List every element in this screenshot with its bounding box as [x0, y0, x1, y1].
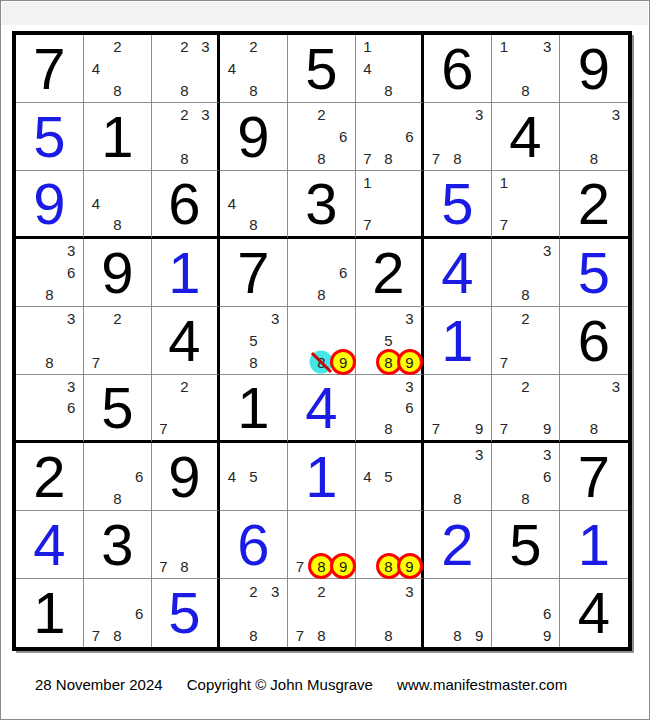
- pencil-marks: 38: [357, 580, 420, 646]
- cell-r8c9[interactable]: 1: [560, 511, 628, 579]
- pencil-marks: 678: [357, 104, 420, 169]
- given-digit: 3: [288, 171, 355, 236]
- pencil-marks: 48: [221, 172, 286, 235]
- cell-r5c3[interactable]: 4: [152, 307, 220, 375]
- candidate-slot-3: [128, 36, 150, 58]
- candidate-slot-2: [107, 444, 129, 466]
- cell-r4c2[interactable]: 9: [84, 239, 152, 307]
- candidate-slot-6: 6: [60, 262, 82, 284]
- candidate-slot-4: [17, 262, 39, 284]
- candidate-slot-2: [515, 36, 537, 58]
- candidate-digit: 3: [271, 584, 279, 599]
- candidate-slot-5: [311, 126, 333, 148]
- cell-r3c7[interactable]: 5: [424, 171, 492, 239]
- candidate-slot-9: [195, 79, 216, 101]
- candidate-slot-4: [425, 466, 447, 488]
- cell-r2c6[interactable]: 678: [356, 103, 424, 171]
- cell-r4c1[interactable]: 368: [16, 239, 84, 307]
- pencil-marks: 68: [289, 240, 354, 305]
- candidate-slot-9: 9: [536, 418, 558, 439]
- candidate-slot-7: 7: [85, 351, 107, 373]
- candidate-slot-9: 9: [399, 351, 420, 373]
- cell-r4c3[interactable]: 1: [152, 239, 220, 307]
- cell-r4c9[interactable]: 5: [560, 239, 628, 307]
- candidate-slot-1: [85, 36, 107, 58]
- cell-r6c9[interactable]: 38: [560, 375, 628, 443]
- candidate-digit: 5: [384, 333, 392, 348]
- candidate-slot-4: [425, 126, 447, 148]
- given-digit: 7: [560, 443, 628, 510]
- given-digit: 6: [560, 307, 628, 374]
- candidate-digit: 8: [521, 491, 529, 506]
- cell-r8c5[interactable]: 789: [288, 511, 356, 579]
- footer-copyright: Copyright © John Musgrave: [187, 676, 373, 693]
- cell-r9c3[interactable]: 5: [152, 579, 220, 647]
- candidate-slot-8: 8: [447, 487, 469, 509]
- candidate-slot-9: [468, 487, 490, 509]
- candidate-digit: 8: [590, 151, 598, 166]
- candidate-slot-6: 6: [536, 602, 558, 624]
- pencil-marks: 69: [493, 580, 558, 646]
- candidate-slot-5: [174, 534, 195, 556]
- candidate-slot-5: [107, 466, 129, 488]
- candidate-slot-2: [447, 580, 469, 602]
- candidate-slot-7: 7: [493, 214, 515, 235]
- candidate-slot-5: [447, 602, 469, 624]
- candidate-digit: 7: [500, 421, 508, 436]
- candidate-digit: 2: [521, 311, 529, 326]
- candidate-slot-9: [399, 147, 420, 169]
- candidate-slot-2: 2: [311, 580, 333, 602]
- cell-r5c1[interactable]: 38: [16, 307, 84, 375]
- cell-r5c9[interactable]: 6: [560, 307, 628, 375]
- candidate-slot-6: [536, 58, 558, 80]
- candidate-slot-5: [378, 397, 399, 418]
- candidate-slot-7: 7: [289, 555, 311, 577]
- candidate-slot-9: [332, 624, 354, 646]
- candidate-slot-7: [85, 214, 107, 235]
- given-digit: 9: [152, 443, 217, 510]
- candidate-slot-2: [243, 444, 265, 466]
- cell-r3c1[interactable]: 9: [16, 171, 84, 239]
- cell-r1c4[interactable]: 248: [220, 35, 288, 103]
- cell-r1c3[interactable]: 238: [152, 35, 220, 103]
- candidate-digit: 8: [317, 628, 325, 643]
- candidate-slot-7: [221, 351, 243, 373]
- candidate-slot-8: 8: [243, 624, 265, 646]
- candidate-slot-1: [357, 104, 378, 126]
- candidate-digit: 4: [363, 61, 371, 76]
- highlight-yellow-circle-9: 9: [330, 553, 356, 579]
- candidate-slot-3: 3: [605, 104, 627, 126]
- cell-r4c4[interactable]: 7: [220, 239, 288, 307]
- candidate-slot-8: 8: [515, 487, 537, 509]
- candidate-slot-1: [221, 36, 243, 58]
- cell-r1c9[interactable]: 9: [560, 35, 628, 103]
- candidate-slot-3: 3: [605, 376, 627, 397]
- candidate-slot-3: 3: [536, 240, 558, 262]
- highlight-yellow-circle-9: 9: [397, 553, 423, 579]
- candidate-slot-7: [17, 283, 39, 305]
- candidate-slot-4: [425, 602, 447, 624]
- candidate-slot-4: [289, 126, 311, 148]
- solved-digit: 9: [16, 171, 83, 236]
- candidate-slot-8: 8: [447, 624, 469, 646]
- candidate-slot-1: [153, 512, 174, 534]
- cell-r9c1[interactable]: 1: [16, 579, 84, 647]
- cell-r4c7[interactable]: 4: [424, 239, 492, 307]
- candidate-digit: 4: [228, 196, 236, 211]
- solved-digit: 5: [424, 171, 491, 236]
- pencil-marks: 3589: [357, 308, 420, 373]
- pencil-marks: 45: [221, 444, 286, 509]
- candidate-slot-3: [399, 512, 420, 534]
- candidate-digit: 3: [201, 39, 209, 54]
- candidate-digit: 2: [317, 584, 325, 599]
- top-strip: [2, 2, 648, 25]
- cell-r9c9[interactable]: 4: [560, 579, 628, 647]
- cell-r6c6[interactable]: 368: [356, 375, 424, 443]
- candidate-slot-5: [311, 602, 333, 624]
- candidate-slot-5: [583, 126, 605, 148]
- candidate-slot-3: [536, 172, 558, 193]
- cell-r8c2[interactable]: 3: [84, 511, 152, 579]
- candidate-slot-8: [378, 214, 399, 235]
- candidate-slot-8: 8: [583, 147, 605, 169]
- candidate-slot-7: [17, 418, 39, 439]
- cell-r4c6[interactable]: 2: [356, 239, 424, 307]
- pencil-marks: 248: [221, 36, 286, 101]
- cell-r7c9[interactable]: 7: [560, 443, 628, 511]
- candidate-slot-9: [195, 555, 216, 577]
- candidate-digit: 7: [500, 217, 508, 232]
- candidate-slot-1: [17, 308, 39, 330]
- candidate-slot-8: 8: [243, 79, 265, 101]
- candidate-slot-4: [289, 602, 311, 624]
- cell-r7c6[interactable]: 45: [356, 443, 424, 511]
- candidate-slot-6: [468, 602, 490, 624]
- candidate-slot-2: 2: [243, 36, 265, 58]
- candidate-slot-7: [357, 487, 378, 509]
- pencil-marks: 378: [425, 104, 490, 169]
- pencil-marks: 368: [17, 240, 82, 305]
- cell-r6c5[interactable]: 4: [288, 375, 356, 443]
- cell-r2c3[interactable]: 238: [152, 103, 220, 171]
- candidate-slot-8: [174, 418, 195, 439]
- candidate-digit: 6: [339, 265, 347, 280]
- candidate-slot-8: 8: [174, 79, 195, 101]
- candidate-digit: 8: [45, 287, 53, 302]
- cell-r3c3[interactable]: 6: [152, 171, 220, 239]
- candidate-digit: 2: [180, 107, 188, 122]
- candidate-slot-3: [195, 512, 216, 534]
- pencil-marks: 789: [289, 512, 354, 577]
- candidate-slot-8: 8: [515, 79, 537, 101]
- candidate-slot-7: 7: [153, 418, 174, 439]
- candidate-slot-1: [85, 308, 107, 330]
- cell-r2c1[interactable]: 5: [16, 103, 84, 171]
- candidate-slot-6: [468, 397, 490, 418]
- candidate-digit: 3: [67, 311, 75, 326]
- cell-r2c4[interactable]: 9: [220, 103, 288, 171]
- candidate-slot-8: [39, 418, 61, 439]
- candidate-slot-5: [311, 534, 333, 556]
- candidate-slot-7: [493, 624, 515, 646]
- candidate-slot-7: [493, 283, 515, 305]
- cell-r8c4[interactable]: 6: [220, 511, 288, 579]
- cell-r1c6[interactable]: 148: [356, 35, 424, 103]
- cell-r7c1[interactable]: 2: [16, 443, 84, 511]
- candidate-slot-6: [128, 58, 150, 80]
- given-digit: 4: [152, 307, 217, 374]
- candidate-slot-8: 8: [243, 351, 265, 373]
- candidate-digit: 4: [92, 196, 100, 211]
- candidate-slot-3: [128, 308, 150, 330]
- candidate-slot-5: [107, 330, 129, 352]
- cell-r6c3[interactable]: 27: [152, 375, 220, 443]
- candidate-slot-6: 6: [128, 466, 150, 488]
- candidate-slot-7: 7: [493, 351, 515, 373]
- candidate-slot-4: [561, 397, 583, 418]
- cell-r1c8[interactable]: 138: [492, 35, 560, 103]
- cell-r2c5[interactable]: 268: [288, 103, 356, 171]
- candidate-slot-1: [357, 308, 378, 330]
- cell-r4c8[interactable]: 38: [492, 239, 560, 307]
- candidate-digit: 8: [180, 151, 188, 166]
- candidate-slot-8: [107, 351, 129, 373]
- candidate-slot-7: [357, 624, 378, 646]
- candidate-slot-3: 3: [60, 308, 82, 330]
- candidate-slot-9: [605, 147, 627, 169]
- candidate-slot-5: 5: [243, 330, 265, 352]
- cell-r3c9[interactable]: 2: [560, 171, 628, 239]
- candidate-slot-1: [85, 444, 107, 466]
- candidate-digit: 1: [500, 39, 508, 54]
- candidate-slot-6: [399, 330, 420, 352]
- cell-r1c1[interactable]: 7: [16, 35, 84, 103]
- cell-r9c5[interactable]: 278: [288, 579, 356, 647]
- cell-r6c1[interactable]: 36: [16, 375, 84, 443]
- candidate-digit: 8: [453, 151, 461, 166]
- candidate-slot-6: [468, 126, 490, 148]
- cell-r5c7[interactable]: 1: [424, 307, 492, 375]
- candidate-slot-4: [153, 534, 174, 556]
- candidate-slot-7: [17, 351, 39, 373]
- candidate-slot-8: 8: [583, 418, 605, 439]
- candidate-slot-2: [378, 580, 399, 602]
- candidate-digit: 4: [228, 61, 236, 76]
- candidate-slot-5: [174, 397, 195, 418]
- candidate-digit: 8: [384, 559, 392, 574]
- candidate-slot-6: [264, 466, 286, 488]
- candidate-slot-6: [605, 126, 627, 148]
- candidate-slot-4: [493, 262, 515, 284]
- candidate-digit: 6: [67, 265, 75, 280]
- given-digit: 2: [560, 171, 628, 236]
- cell-r2c8[interactable]: 4: [492, 103, 560, 171]
- pencil-marks: 27: [85, 308, 150, 373]
- candidate-slot-7: 7: [357, 147, 378, 169]
- cell-r3c2[interactable]: 48: [84, 171, 152, 239]
- candidate-digit: 8: [249, 628, 257, 643]
- candidate-slot-9: [128, 487, 150, 509]
- candidate-slot-7: [493, 487, 515, 509]
- candidate-slot-2: [311, 308, 333, 330]
- candidate-slot-3: [332, 512, 354, 534]
- candidate-slot-8: 8: [107, 624, 129, 646]
- candidate-slot-9: [264, 624, 286, 646]
- candidate-slot-9: 9: [468, 418, 490, 439]
- candidate-slot-7: [493, 79, 515, 101]
- cell-r5c2[interactable]: 27: [84, 307, 152, 375]
- cell-r1c5[interactable]: 5: [288, 35, 356, 103]
- candidate-slot-9: [332, 147, 354, 169]
- given-digit: 2: [16, 443, 83, 510]
- solved-digit: 1: [560, 511, 628, 578]
- candidate-slot-9: [195, 418, 216, 439]
- candidate-slot-2: [243, 308, 265, 330]
- cell-r3c4[interactable]: 48: [220, 171, 288, 239]
- candidate-slot-2: [378, 172, 399, 193]
- cell-r9c7[interactable]: 89: [424, 579, 492, 647]
- cell-r2c9[interactable]: 38: [560, 103, 628, 171]
- cell-r9c6[interactable]: 38: [356, 579, 424, 647]
- given-digit: 6: [152, 171, 217, 236]
- candidate-slot-5: 5: [378, 330, 399, 352]
- candidate-digit: 3: [271, 311, 279, 326]
- candidate-slot-1: [17, 240, 39, 262]
- candidate-slot-2: [515, 580, 537, 602]
- cell-r2c7[interactable]: 378: [424, 103, 492, 171]
- cell-r8c6[interactable]: 89: [356, 511, 424, 579]
- pencil-marks: 238: [153, 104, 216, 169]
- candidate-slot-4: 4: [85, 58, 107, 80]
- candidate-slot-2: 2: [243, 580, 265, 602]
- cell-r9c8[interactable]: 69: [492, 579, 560, 647]
- cell-r6c8[interactable]: 279: [492, 375, 560, 443]
- cell-r5c5[interactable]: 89: [288, 307, 356, 375]
- candidate-slot-9: [536, 487, 558, 509]
- cell-r7c3[interactable]: 9: [152, 443, 220, 511]
- pencil-marks: 368: [357, 376, 420, 439]
- cell-r6c2[interactable]: 5: [84, 375, 152, 443]
- solved-digit: 1: [288, 443, 355, 510]
- cell-r6c7[interactable]: 79: [424, 375, 492, 443]
- cell-r7c2[interactable]: 68: [84, 443, 152, 511]
- candidate-slot-3: [536, 580, 558, 602]
- candidate-slot-5: [39, 330, 61, 352]
- given-digit: 7: [220, 239, 287, 306]
- candidate-slot-5: [39, 262, 61, 284]
- candidate-slot-4: [493, 397, 515, 418]
- candidate-slot-3: [399, 172, 420, 193]
- cell-r7c8[interactable]: 368: [492, 443, 560, 511]
- candidate-digit: 8: [113, 628, 121, 643]
- highlight-yellow-circle-9: 9: [330, 349, 356, 375]
- candidate-slot-6: [195, 534, 216, 556]
- cell-r3c8[interactable]: 17: [492, 171, 560, 239]
- candidate-slot-2: [378, 104, 399, 126]
- candidate-slot-6: [399, 534, 420, 556]
- candidate-digit: 3: [405, 311, 413, 326]
- cell-r8c1[interactable]: 4: [16, 511, 84, 579]
- candidate-slot-1: [289, 580, 311, 602]
- cell-r9c4[interactable]: 238: [220, 579, 288, 647]
- candidate-slot-5: [447, 466, 469, 488]
- footer-website: www.manifestmaster.com: [397, 676, 567, 693]
- candidate-digit: 8: [453, 491, 461, 506]
- cell-r6c4[interactable]: 1: [220, 375, 288, 443]
- candidate-slot-5: [447, 397, 469, 418]
- candidate-slot-5: [515, 397, 537, 418]
- candidate-slot-4: [17, 397, 39, 418]
- candidate-digit: 6: [405, 129, 413, 144]
- candidate-slot-1: [289, 104, 311, 126]
- cell-r7c4[interactable]: 45: [220, 443, 288, 511]
- cell-r1c2[interactable]: 248: [84, 35, 152, 103]
- candidate-slot-6: [128, 330, 150, 352]
- candidate-slot-5: [311, 330, 333, 352]
- candidate-digit: 9: [339, 559, 347, 574]
- cell-r5c6[interactable]: 3589: [356, 307, 424, 375]
- cell-r2c2[interactable]: 1: [84, 103, 152, 171]
- candidate-slot-7: 7: [153, 555, 174, 577]
- candidate-slot-9: [128, 214, 150, 235]
- cell-r5c8[interactable]: 27: [492, 307, 560, 375]
- candidate-slot-4: [357, 126, 378, 148]
- candidate-slot-7: [85, 79, 107, 101]
- cell-r3c6[interactable]: 17: [356, 171, 424, 239]
- cell-r1c7[interactable]: 6: [424, 35, 492, 103]
- highlight-yellow-circle-9: 9: [397, 349, 423, 375]
- cell-r7c7[interactable]: 38: [424, 443, 492, 511]
- candidate-slot-1: [493, 444, 515, 466]
- candidate-digit: 6: [543, 469, 551, 484]
- cell-r9c2[interactable]: 678: [84, 579, 152, 647]
- candidate-slot-7: 7: [425, 418, 447, 439]
- candidate-slot-6: [468, 466, 490, 488]
- pencil-marks: 278: [289, 580, 354, 646]
- cell-r8c7[interactable]: 2: [424, 511, 492, 579]
- cell-r4c5[interactable]: 68: [288, 239, 356, 307]
- given-digit: 5: [288, 35, 355, 102]
- candidate-slot-6: [399, 58, 420, 80]
- candidate-slot-3: [264, 172, 286, 193]
- pencil-marks: 79: [425, 376, 490, 439]
- cell-r3c5[interactable]: 3: [288, 171, 356, 239]
- candidate-slot-7: [221, 487, 243, 509]
- candidate-digit: 3: [612, 107, 620, 122]
- cell-r7c5[interactable]: 1: [288, 443, 356, 511]
- candidate-slot-1: [221, 580, 243, 602]
- candidate-digit: 9: [543, 421, 551, 436]
- candidate-slot-9: [264, 214, 286, 235]
- candidate-slot-7: [357, 418, 378, 439]
- cell-r5c4[interactable]: 358: [220, 307, 288, 375]
- cell-r8c8[interactable]: 5: [492, 511, 560, 579]
- solved-digit: 4: [424, 239, 491, 306]
- candidate-slot-8: [447, 418, 469, 439]
- candidate-slot-3: 3: [195, 36, 216, 58]
- candidate-digit: 8: [180, 559, 188, 574]
- candidate-slot-8: [515, 351, 537, 373]
- candidate-slot-4: [425, 397, 447, 418]
- candidate-digit: 6: [135, 606, 143, 621]
- cell-r8c3[interactable]: 78: [152, 511, 220, 579]
- candidate-slot-8: 8: [311, 555, 333, 577]
- candidate-digit: 9: [543, 628, 551, 643]
- candidate-slot-3: 3: [399, 376, 420, 397]
